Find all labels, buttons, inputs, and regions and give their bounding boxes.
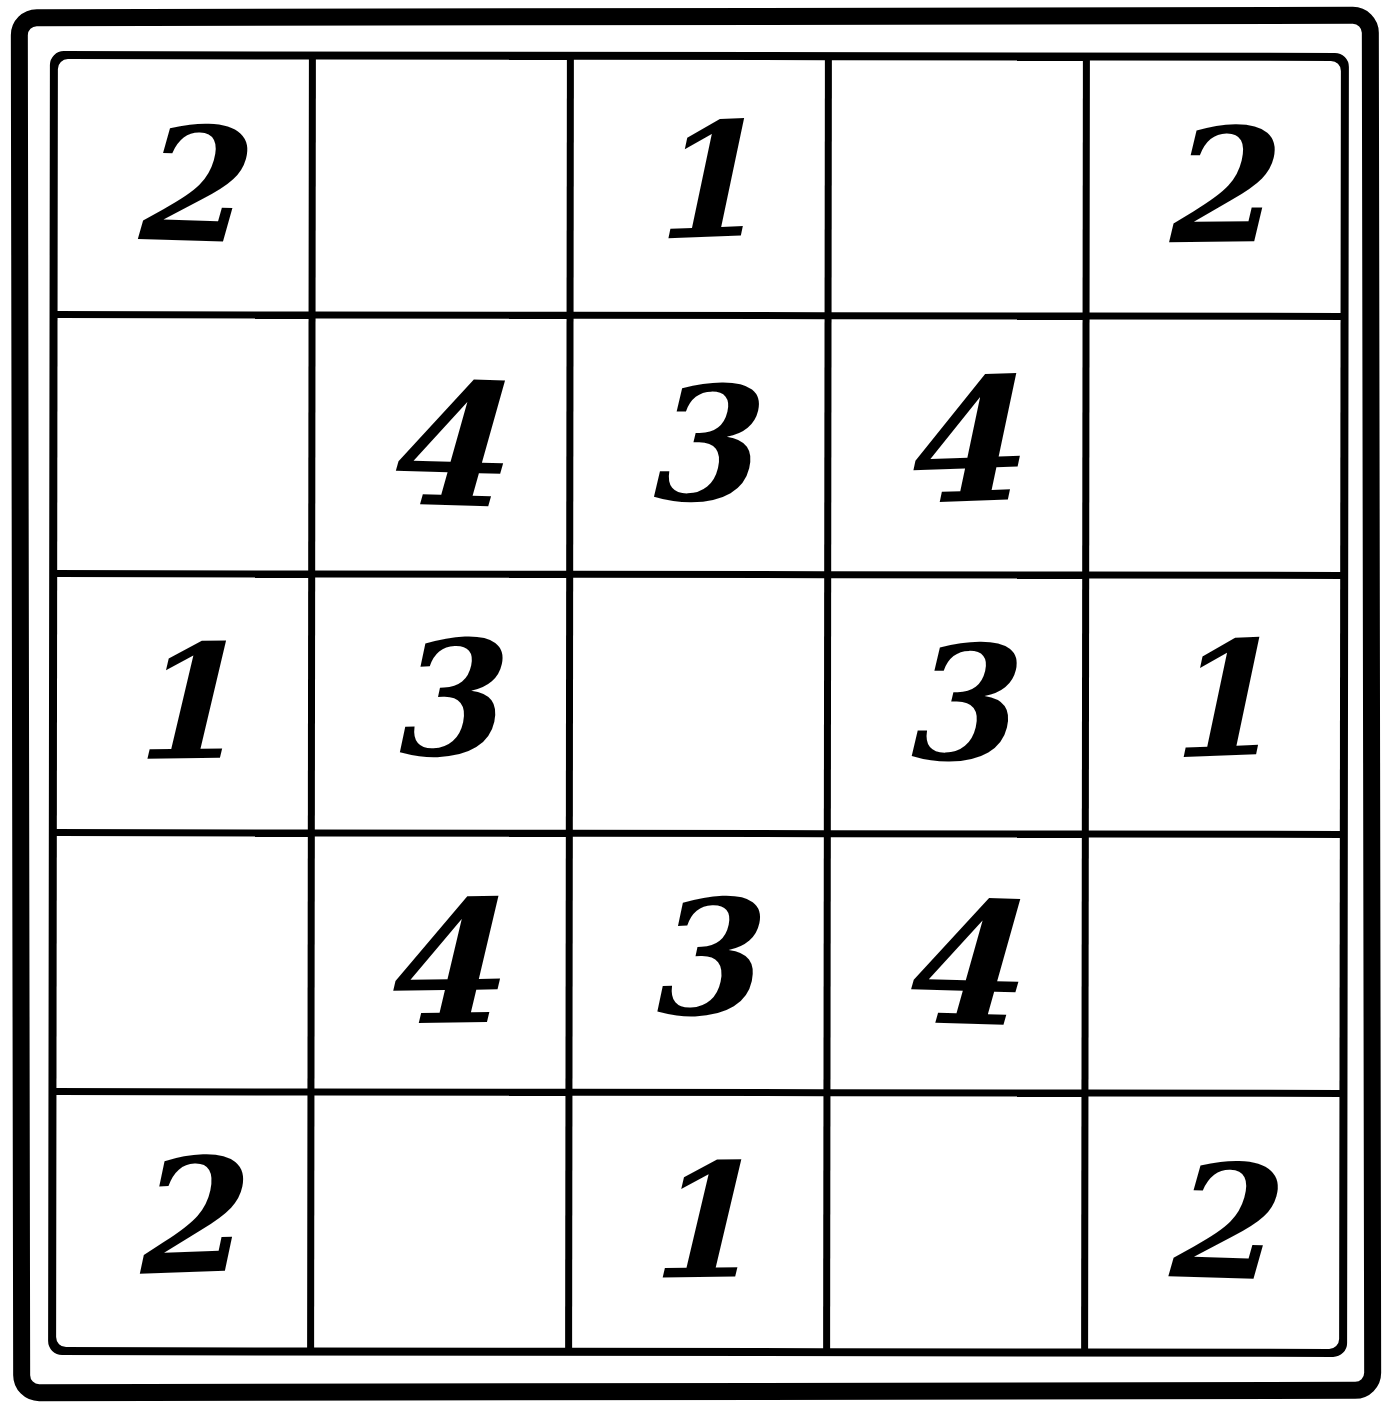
- cell-value: 3: [898, 625, 1010, 784]
- cell-value: 3: [640, 365, 752, 524]
- cell-r3c1: 1: [57, 577, 308, 829]
- cell-value: 2: [1157, 1142, 1272, 1303]
- cell-value: 1: [124, 624, 236, 783]
- cell-r3c3: [573, 578, 824, 830]
- puzzle-grid: 2 1 2 4 3 4 1 3 3 1 4 3 4 2 1 2: [48, 51, 1349, 1357]
- cell-value: 4: [377, 877, 497, 1048]
- cell-r4c3: 3: [572, 837, 823, 1089]
- puzzle-diagram: 2 1 2 4 3 4 1 3 3 1 4 3 4 2 1 2: [0, 0, 1398, 1416]
- cell-r5c1: 2: [56, 1095, 307, 1347]
- cell-r2c1: [57, 318, 308, 570]
- cell-r2c4: 4: [831, 319, 1082, 571]
- cell-value: 1: [641, 101, 757, 263]
- cell-value: 3: [382, 619, 498, 781]
- cell-value: 2: [124, 1136, 240, 1298]
- cell-value: 4: [895, 877, 1018, 1050]
- cell-r5c2: [314, 1095, 565, 1347]
- cell-value: 3: [640, 878, 756, 1040]
- cell-r1c3: 1: [574, 60, 825, 312]
- cell-value: 2: [126, 105, 241, 266]
- cell-r1c1: 2: [58, 59, 309, 311]
- cell-value: 2: [1156, 107, 1268, 266]
- cell-r1c4: [832, 60, 1083, 312]
- cell-r2c2: 4: [315, 318, 566, 570]
- cell-r3c5: 1: [1089, 579, 1340, 831]
- cell-r4c4: 4: [830, 837, 1081, 1089]
- cell-r2c3: 3: [573, 319, 824, 571]
- cell-r1c5: 2: [1090, 61, 1341, 313]
- cell-r4c5: [1088, 838, 1339, 1090]
- cell-value: 1: [1156, 620, 1272, 782]
- cell-r3c4: 3: [831, 578, 1082, 830]
- cell-r1c2: [316, 59, 567, 311]
- cell-r4c1: [56, 836, 307, 1088]
- cell-r5c5: 2: [1088, 1097, 1339, 1349]
- cell-r2c5: [1089, 320, 1340, 572]
- cell-value: 4: [894, 354, 1019, 528]
- cell-r5c4: [830, 1096, 1081, 1348]
- cell-r5c3: 1: [572, 1096, 823, 1348]
- cell-r4c2: 4: [314, 836, 565, 1088]
- cell-value: 4: [379, 358, 502, 531]
- cell-r3c2: 3: [315, 577, 566, 829]
- cell-value: 1: [639, 1142, 751, 1301]
